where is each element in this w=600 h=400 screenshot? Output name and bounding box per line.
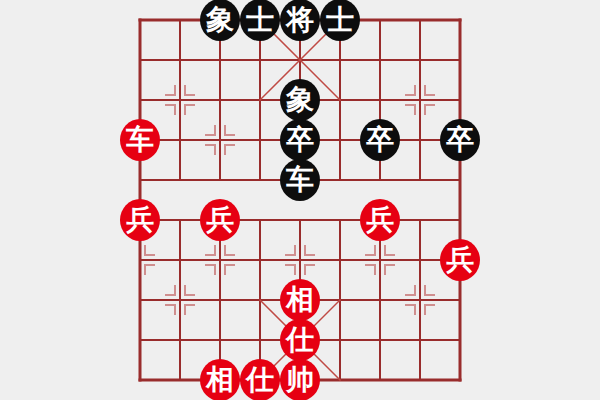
board-point-f8r8 xyxy=(440,320,480,360)
piece-black-advisor[interactable]: 士 xyxy=(320,0,360,41)
board-point-f3r2 xyxy=(240,80,280,120)
board-point-f5r8 xyxy=(320,320,360,360)
board-point-f7r2 xyxy=(400,80,440,120)
piece-red-advisor[interactable]: 仕 xyxy=(280,319,320,361)
board-point-f1r7 xyxy=(160,280,200,320)
board-point-f1r9 xyxy=(160,360,200,400)
board-point-f3r0[interactable]: 士 xyxy=(240,0,280,40)
board-point-f3r9[interactable]: 仕 xyxy=(240,360,280,400)
piece-red-general[interactable]: 帅 xyxy=(280,359,320,400)
board-point-f6r0 xyxy=(360,0,400,40)
board-point-f6r4 xyxy=(360,160,400,200)
board-point-f7r1 xyxy=(400,40,440,80)
board-point-f7r3 xyxy=(400,120,440,160)
board-point-f2r8 xyxy=(200,320,240,360)
board-point-f4r8[interactable]: 仕 xyxy=(280,320,320,360)
board-point-f6r6 xyxy=(360,240,400,280)
board-point-f3r1 xyxy=(240,40,280,80)
board-point-f1r2 xyxy=(160,80,200,120)
piece-black-soldier[interactable]: 卒 xyxy=(440,119,480,161)
board-point-f3r5 xyxy=(240,200,280,240)
board-point-f0r8 xyxy=(120,320,160,360)
piece-black-general[interactable]: 将 xyxy=(280,0,320,41)
board-point-f2r7 xyxy=(200,280,240,320)
board-point-f6r2 xyxy=(360,80,400,120)
board-point-f5r3 xyxy=(320,120,360,160)
board-point-f4r5 xyxy=(280,200,320,240)
board-point-f7r7 xyxy=(400,280,440,320)
board-point-f2r4 xyxy=(200,160,240,200)
board-point-f8r2 xyxy=(440,80,480,120)
board-point-f8r7 xyxy=(440,280,480,320)
board-point-f8r0 xyxy=(440,0,480,40)
board-point-f4r3[interactable]: 卒 xyxy=(280,120,320,160)
board-point-f2r9[interactable]: 相 xyxy=(200,360,240,400)
board-point-f4r7[interactable]: 相 xyxy=(280,280,320,320)
board-point-f1r5 xyxy=(160,200,200,240)
board-point-f3r3 xyxy=(240,120,280,160)
board-point-f3r8 xyxy=(240,320,280,360)
board-point-f2r1 xyxy=(200,40,240,80)
piece-red-elephant[interactable]: 相 xyxy=(200,359,240,400)
board-point-f4r4[interactable]: 车 xyxy=(280,160,320,200)
piece-red-soldier[interactable]: 兵 xyxy=(200,199,240,241)
board-point-f2r5[interactable]: 兵 xyxy=(200,200,240,240)
piece-red-elephant[interactable]: 相 xyxy=(280,279,320,321)
board-point-f6r7 xyxy=(360,280,400,320)
piece-red-soldier[interactable]: 兵 xyxy=(120,199,160,241)
board-point-f2r3 xyxy=(200,120,240,160)
board-point-f6r9 xyxy=(360,360,400,400)
board-point-f0r3[interactable]: 车 xyxy=(120,120,160,160)
board-point-f4r6 xyxy=(280,240,320,280)
board-point-f1r1 xyxy=(160,40,200,80)
board-point-f3r4 xyxy=(240,160,280,200)
board-point-f1r6 xyxy=(160,240,200,280)
board-point-f7r5 xyxy=(400,200,440,240)
piece-red-soldier[interactable]: 兵 xyxy=(360,199,400,241)
board-point-f0r0 xyxy=(120,0,160,40)
piece-black-elephant[interactable]: 象 xyxy=(200,0,240,41)
piece-black-advisor[interactable]: 士 xyxy=(240,0,280,41)
board-point-f5r9 xyxy=(320,360,360,400)
board-point-f8r9 xyxy=(440,360,480,400)
board-point-f2r2 xyxy=(200,80,240,120)
board-point-f1r4 xyxy=(160,160,200,200)
board-point-f5r2 xyxy=(320,80,360,120)
board-point-f4r2[interactable]: 象 xyxy=(280,80,320,120)
board-point-f2r0[interactable]: 象 xyxy=(200,0,240,40)
board-point-f5r4 xyxy=(320,160,360,200)
board-point-f6r1 xyxy=(360,40,400,80)
board-point-f0r9 xyxy=(120,360,160,400)
board-point-f8r5 xyxy=(440,200,480,240)
board-point-f8r6[interactable]: 兵 xyxy=(440,240,480,280)
board-point-f5r5 xyxy=(320,200,360,240)
board-point-f5r1 xyxy=(320,40,360,80)
board-point-f4r0[interactable]: 将 xyxy=(280,0,320,40)
board-point-f0r6 xyxy=(120,240,160,280)
piece-black-elephant[interactable]: 象 xyxy=(280,79,320,121)
board-point-f0r4 xyxy=(120,160,160,200)
board-point-f6r5[interactable]: 兵 xyxy=(360,200,400,240)
piece-black-soldier[interactable]: 卒 xyxy=(360,119,400,161)
board-point-f7r0 xyxy=(400,0,440,40)
board-point-f1r8 xyxy=(160,320,200,360)
board-point-f7r9 xyxy=(400,360,440,400)
board-point-f8r4 xyxy=(440,160,480,200)
board-point-f8r1 xyxy=(440,40,480,80)
board-point-f7r8 xyxy=(400,320,440,360)
board-point-f3r6 xyxy=(240,240,280,280)
piece-red-soldier[interactable]: 兵 xyxy=(440,239,480,281)
board-point-f6r3[interactable]: 卒 xyxy=(360,120,400,160)
board-point-f5r6 xyxy=(320,240,360,280)
board-point-f1r0 xyxy=(160,0,200,40)
piece-black-chariot[interactable]: 车 xyxy=(280,159,320,201)
board-point-f0r1 xyxy=(120,40,160,80)
board-points: 象士将士象车卒卒卒车兵兵兵兵相仕相仕帅 xyxy=(120,0,480,400)
board-point-f0r5[interactable]: 兵 xyxy=(120,200,160,240)
board-point-f5r0[interactable]: 士 xyxy=(320,0,360,40)
board-point-f6r8 xyxy=(360,320,400,360)
board-point-f0r7 xyxy=(120,280,160,320)
board-point-f7r4 xyxy=(400,160,440,200)
board-point-f4r9[interactable]: 帅 xyxy=(280,360,320,400)
board-point-f0r2 xyxy=(120,80,160,120)
board-point-f5r7 xyxy=(320,280,360,320)
board-point-f3r7 xyxy=(240,280,280,320)
piece-red-chariot[interactable]: 车 xyxy=(120,119,160,161)
board-point-f1r3 xyxy=(160,120,200,160)
xiangqi-board: 象士将士象车卒卒卒车兵兵兵兵相仕相仕帅 xyxy=(0,0,600,400)
piece-red-advisor[interactable]: 仕 xyxy=(240,359,280,400)
piece-black-soldier[interactable]: 卒 xyxy=(280,119,320,161)
board-point-f2r6 xyxy=(200,240,240,280)
board-point-f8r3[interactable]: 卒 xyxy=(440,120,480,160)
board-point-f7r6 xyxy=(400,240,440,280)
board-point-f4r1 xyxy=(280,40,320,80)
